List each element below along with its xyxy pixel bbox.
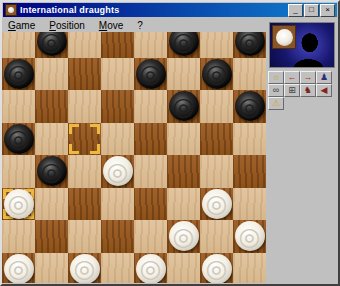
square-r8c2[interactable] <box>35 253 68 284</box>
white-piece[interactable]: ◎ <box>136 254 166 283</box>
players-knight-button[interactable]: ♞ <box>300 84 316 97</box>
square-r3c2[interactable] <box>35 90 68 123</box>
square-r5c2[interactable]: ◎ <box>35 155 68 188</box>
warning-hint-icon: ⚠ <box>272 99 280 108</box>
sound-icon: ◀ <box>321 86 328 95</box>
square-r2c1[interactable]: ◎ <box>2 58 35 91</box>
black-piece[interactable]: ◎ <box>4 59 34 89</box>
white-piece[interactable]: ◎ <box>202 189 232 219</box>
square-r4c3[interactable] <box>68 123 101 156</box>
toolbar: ☼←→♟∞⊞♞◀⚠ <box>268 71 336 110</box>
window-controls: _ □ × <box>288 4 335 17</box>
undo-move-icon: ← <box>288 73 297 82</box>
square-r5c7[interactable] <box>200 155 233 188</box>
square-r7c8[interactable]: ◎ <box>233 220 266 253</box>
square-r4c4[interactable] <box>101 123 134 156</box>
white-piece[interactable]: ◎ <box>4 254 34 283</box>
square-r3c5[interactable] <box>134 90 167 123</box>
menu-item-position[interactable]: Position <box>49 20 85 31</box>
square-r3c3[interactable] <box>68 90 101 123</box>
menu-item-game[interactable]: Game <box>8 20 35 31</box>
square-r2c3[interactable] <box>68 58 101 91</box>
square-r5c8[interactable] <box>233 155 266 188</box>
board-setup-button[interactable]: ⊞ <box>284 84 300 97</box>
opponent-figure-icon: ♟ <box>320 73 328 82</box>
square-r5c3[interactable] <box>68 155 101 188</box>
square-r6c2[interactable] <box>35 188 68 221</box>
undo-move-button[interactable]: ← <box>284 71 300 84</box>
hint-bulb-button[interactable]: ☼ <box>268 71 284 84</box>
white-piece[interactable]: ◎ <box>103 156 133 186</box>
square-r2c5[interactable]: ◎ <box>134 58 167 91</box>
minimize-button[interactable]: _ <box>288 4 303 17</box>
square-r2c4[interactable] <box>101 58 134 91</box>
square-r5c4[interactable]: ◎ <box>101 155 134 188</box>
square-r8c1[interactable]: ◎ <box>2 253 35 284</box>
square-r4c2[interactable] <box>35 123 68 156</box>
square-r5c5[interactable] <box>134 155 167 188</box>
square-r4c5[interactable] <box>134 123 167 156</box>
menu-item-help[interactable]: ? <box>137 20 143 31</box>
square-r6c4[interactable] <box>101 188 134 221</box>
redo-move-button[interactable]: → <box>300 71 316 84</box>
square-r2c8[interactable] <box>233 58 266 91</box>
title-bar[interactable]: International draughts _ □ × <box>3 3 337 17</box>
square-r3c1[interactable] <box>2 90 35 123</box>
app-window: International draughts _ □ × GamePositio… <box>0 0 340 286</box>
square-r4c8[interactable] <box>233 123 266 156</box>
draughts-board: ◎◎◎◎◎◎◎◎◎◎◎◎◎◎◎◎◎◎◎ <box>2 32 266 283</box>
maximize-button[interactable]: □ <box>304 4 319 17</box>
white-piece[interactable]: ◎ <box>70 254 100 283</box>
black-piece[interactable]: ◎ <box>169 32 199 56</box>
black-piece[interactable]: ◎ <box>235 32 265 56</box>
square-r6c5[interactable] <box>134 188 167 221</box>
square-r2c7[interactable]: ◎ <box>200 58 233 91</box>
side-panel: ☼←→♟∞⊞♞◀⚠ <box>266 32 338 283</box>
white-piece[interactable]: ◎ <box>169 221 199 251</box>
square-r8c6[interactable] <box>167 253 200 284</box>
close-button[interactable]: × <box>320 4 335 17</box>
square-r3c8[interactable]: ◎ <box>233 90 266 123</box>
square-r1c5[interactable] <box>134 32 167 58</box>
glasses-watch-icon: ∞ <box>273 86 279 95</box>
black-piece[interactable]: ◎ <box>136 59 166 89</box>
square-r5c1[interactable] <box>2 155 35 188</box>
black-piece[interactable]: ◎ <box>235 91 265 121</box>
white-piece[interactable]: ◎ <box>4 189 34 219</box>
square-r6c3[interactable] <box>68 188 101 221</box>
square-r1c8[interactable]: ◎ <box>233 32 266 58</box>
square-r1c2[interactable]: ◎ <box>35 32 68 58</box>
square-r4c6[interactable] <box>167 123 200 156</box>
square-r7c4[interactable] <box>101 220 134 253</box>
app-icon <box>5 4 17 16</box>
hint-bulb-icon: ☼ <box>272 73 280 82</box>
square-r8c5[interactable]: ◎ <box>134 253 167 284</box>
square-r8c3[interactable]: ◎ <box>68 253 101 284</box>
redo-move-icon: → <box>304 73 313 82</box>
warning-hint-button[interactable]: ⚠ <box>268 97 284 110</box>
square-r2c2[interactable] <box>35 58 68 91</box>
square-r4c1[interactable]: ◎ <box>2 123 35 156</box>
black-piece[interactable]: ◎ <box>169 91 199 121</box>
square-r6c6[interactable] <box>167 188 200 221</box>
square-r8c8[interactable] <box>233 253 266 284</box>
square-r6c1[interactable]: ◎ <box>2 188 35 221</box>
square-r6c7[interactable]: ◎ <box>200 188 233 221</box>
square-r7c5[interactable] <box>134 220 167 253</box>
black-piece[interactable]: ◎ <box>37 156 67 186</box>
square-r1c4[interactable] <box>101 32 134 58</box>
square-r7c6[interactable]: ◎ <box>167 220 200 253</box>
white-piece[interactable]: ◎ <box>202 254 232 283</box>
square-r4c7[interactable] <box>200 123 233 156</box>
square-r3c4[interactable] <box>101 90 134 123</box>
square-r7c3[interactable] <box>68 220 101 253</box>
opponent-avatar <box>269 22 335 68</box>
black-piece[interactable]: ◎ <box>4 124 34 154</box>
glasses-watch-button[interactable]: ∞ <box>268 84 284 97</box>
square-r1c6[interactable]: ◎ <box>167 32 200 58</box>
draughts-piece-icon <box>8 7 14 13</box>
square-r8c4[interactable] <box>101 253 134 284</box>
black-piece[interactable]: ◎ <box>202 59 232 89</box>
sound-button[interactable]: ◀ <box>316 84 332 97</box>
square-r7c1[interactable] <box>2 220 35 253</box>
white-piece-thumb-icon <box>276 29 293 46</box>
square-r3c7[interactable] <box>200 90 233 123</box>
black-piece[interactable]: ◎ <box>37 32 67 56</box>
players-knight-icon: ♞ <box>304 86 312 95</box>
menu-item-move[interactable]: Move <box>99 20 123 31</box>
square-r5c6[interactable] <box>167 155 200 188</box>
board-setup-icon: ⊞ <box>288 86 296 95</box>
square-r1c3[interactable] <box>68 32 101 58</box>
square-r8c7[interactable]: ◎ <box>200 253 233 284</box>
square-r7c7[interactable] <box>200 220 233 253</box>
piece-thumbnail <box>272 25 296 49</box>
white-piece[interactable]: ◎ <box>235 221 265 251</box>
content-area: ◎◎◎◎◎◎◎◎◎◎◎◎◎◎◎◎◎◎◎ ☼←→♟∞⊞♞◀⚠ <box>2 32 338 283</box>
square-r1c7[interactable] <box>200 32 233 58</box>
square-r7c2[interactable] <box>35 220 68 253</box>
square-r6c8[interactable] <box>233 188 266 221</box>
window-title: International draughts <box>20 5 285 15</box>
square-r1c1[interactable] <box>2 32 35 58</box>
square-r2c6[interactable] <box>167 58 200 91</box>
opponent-figure-button[interactable]: ♟ <box>316 71 332 84</box>
board-container: ◎◎◎◎◎◎◎◎◎◎◎◎◎◎◎◎◎◎◎ <box>2 32 266 283</box>
square-r3c6[interactable]: ◎ <box>167 90 200 123</box>
